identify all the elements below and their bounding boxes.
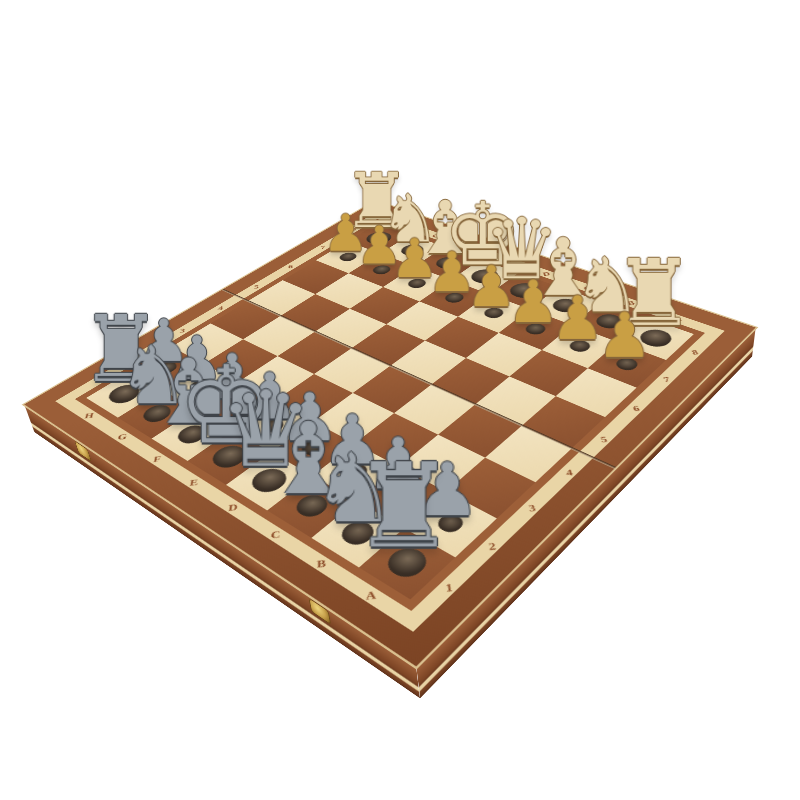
square-a5[interactable] <box>522 396 606 448</box>
square-c5[interactable] <box>431 358 509 405</box>
pawn-glyph: ♟ <box>552 304 697 366</box>
file-label: A <box>366 588 377 601</box>
rank-label: 1 <box>444 581 453 594</box>
rank-label: 4 <box>218 305 224 311</box>
board-rotation-wrapper: HGFEDCBA HGFEDCBA 87654321 87654321 ♜♞♟♝… <box>104 80 676 652</box>
file-label: F <box>468 245 475 251</box>
rank-label: 6 <box>631 404 640 413</box>
square-a6[interactable] <box>556 368 637 417</box>
file-label: G <box>432 233 440 238</box>
rank-label: 4 <box>564 467 573 477</box>
rank-label: 8 <box>352 227 357 232</box>
rank-label: 7 <box>661 375 670 383</box>
file-label: E <box>504 257 512 263</box>
rank-label: 7 <box>321 245 326 250</box>
rank-label: 5 <box>254 284 259 290</box>
rook-glyph: ♜ <box>315 449 493 566</box>
file-label: H <box>398 221 405 226</box>
perspective-scene: HGFEDCBA HGFEDCBA 87654321 87654321 ♜♞♟♝… <box>0 0 800 800</box>
product-photo-stage: HGFEDCBA HGFEDCBA 87654321 87654321 ♜♞♟♝… <box>0 0 800 800</box>
file-label: D <box>542 271 551 277</box>
square-b5[interactable] <box>475 376 556 425</box>
chess-board: HGFEDCBA HGFEDCBA 87654321 87654321 ♜♞♟♝… <box>24 201 755 667</box>
rank-label: 5 <box>599 434 608 443</box>
rank-label: 6 <box>288 264 293 270</box>
